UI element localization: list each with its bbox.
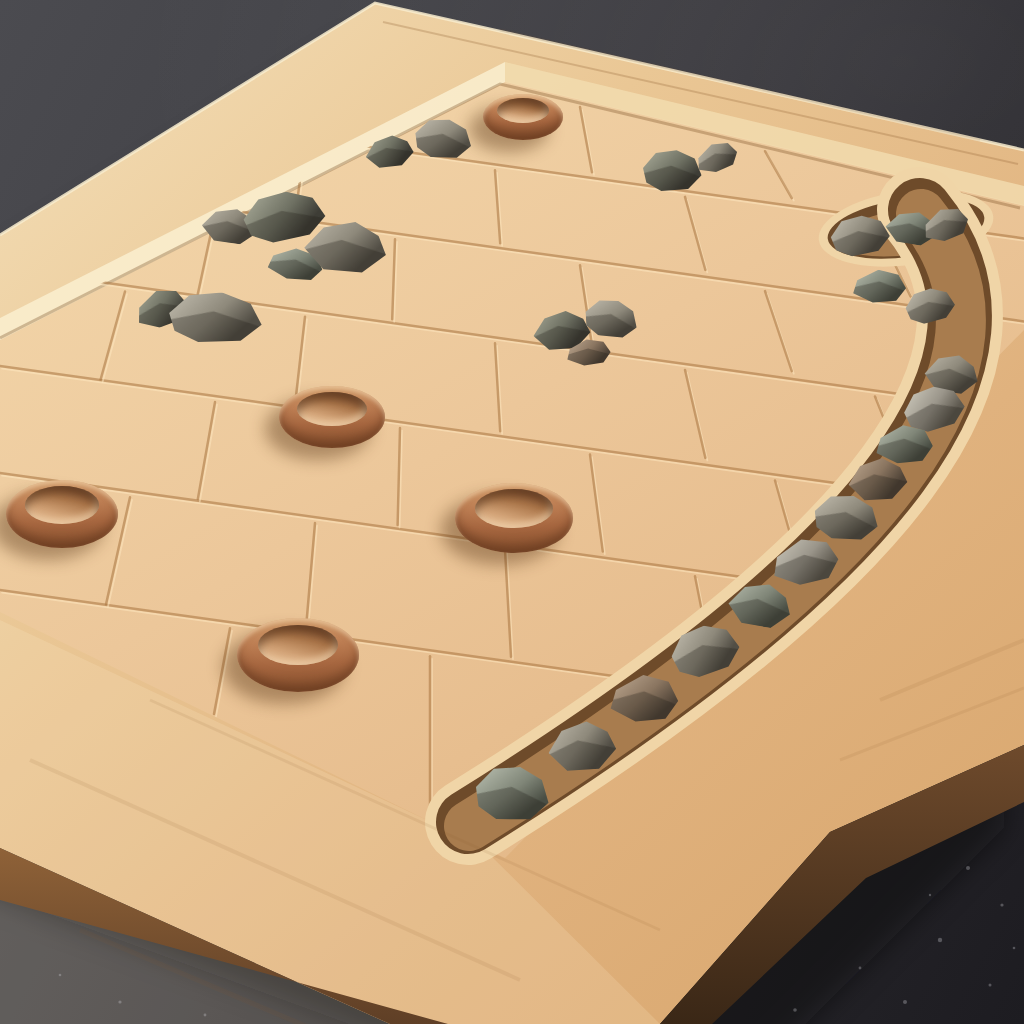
wooden-ring-piece[interactable]	[237, 618, 359, 692]
wooden-ring-piece[interactable]	[455, 483, 573, 553]
ring-hole	[475, 489, 553, 528]
wooden-ring-piece[interactable]	[6, 480, 118, 548]
ring-hole	[497, 98, 550, 123]
ring-hole	[297, 392, 367, 426]
ring-hole	[258, 625, 339, 666]
wooden-ring-piece[interactable]	[483, 94, 563, 140]
ring-hole	[25, 486, 99, 523]
wooden-ring-piece[interactable]	[279, 386, 385, 448]
photo-scene: Handcrafted wooden board game with woode…	[0, 0, 1024, 1024]
